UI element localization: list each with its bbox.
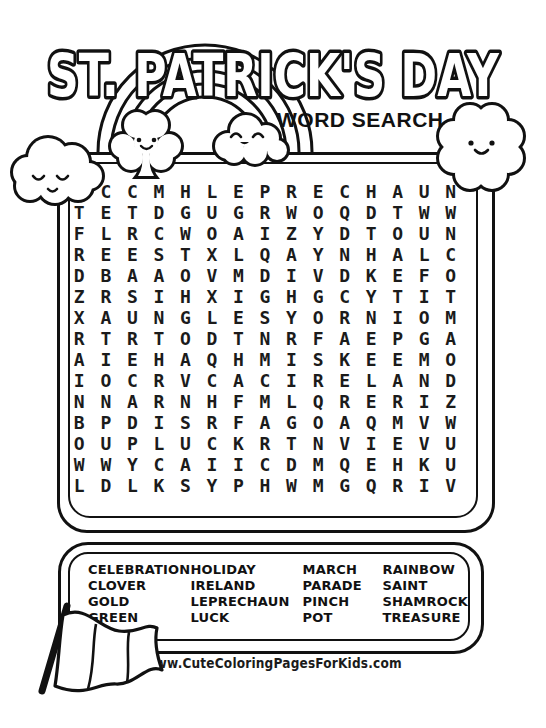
word-list-item[interactable]: IRELAND [190, 578, 302, 594]
grid-cell[interactable]: I [225, 454, 252, 475]
grid-cell[interactable]: I [384, 307, 411, 328]
grid-cell[interactable]: F [66, 181, 93, 202]
grid-cell[interactable]: H [384, 454, 411, 475]
grid-cell[interactable]: W [437, 412, 464, 433]
grid-cell[interactable]: H [172, 181, 199, 202]
grid-cell[interactable]: N [411, 370, 438, 391]
grid-cell[interactable]: I [278, 370, 305, 391]
word-list-column: HOLIDAYIRELANDLEPRECHAUNLUCK [190, 562, 302, 626]
grid-cell[interactable]: D [331, 223, 358, 244]
grid-cell[interactable]: G [411, 328, 438, 349]
grid-cell[interactable]: S [172, 475, 199, 496]
grid-cell[interactable]: A [66, 349, 93, 370]
grid-cell[interactable]: I [93, 349, 120, 370]
word-list-item[interactable]: GOLD [88, 594, 190, 610]
grid-cell[interactable]: K [331, 349, 358, 370]
grid-cell[interactable]: L [199, 181, 226, 202]
grid-cell[interactable]: N [172, 391, 199, 412]
grid-cell[interactable]: Q [331, 454, 358, 475]
grid-cell[interactable]: E [384, 433, 411, 454]
grid-cell[interactable]: T [93, 328, 120, 349]
grid-cell[interactable]: U [437, 454, 464, 475]
grid-cell[interactable]: Q [358, 475, 385, 496]
grid-cell[interactable]: R [119, 223, 146, 244]
grid-cell[interactable]: R [93, 286, 120, 307]
grid-cell[interactable]: A [119, 391, 146, 412]
letter-grid: FCCMHLEPRECHAUNTETDGUGRWOQDTWWFLRCWOAIZY… [66, 181, 464, 496]
word-list-item[interactable]: SHAMROCK [382, 594, 468, 610]
grid-cell[interactable]: T [358, 223, 385, 244]
grid-cell[interactable]: D [93, 475, 120, 496]
grid-cell[interactable]: R [146, 391, 173, 412]
grid-cell[interactable]: U [411, 223, 438, 244]
grid-cell[interactable]: M [146, 181, 173, 202]
grid-cell[interactable]: M [252, 349, 279, 370]
grid-cell[interactable]: K [358, 265, 385, 286]
grid-cell[interactable]: O [411, 307, 438, 328]
grid-cell[interactable]: D [199, 328, 226, 349]
grid-cell[interactable]: P [93, 412, 120, 433]
grid-cell[interactable]: A [437, 328, 464, 349]
grid-cell[interactable]: O [305, 307, 332, 328]
grid-cell[interactable]: G [225, 202, 252, 223]
grid-cell[interactable]: V [305, 265, 332, 286]
grid-cell[interactable]: Y [278, 307, 305, 328]
grid-cell[interactable]: D [278, 454, 305, 475]
word-list-column: RAINBOWSAINTSHAMROCKTREASURE [382, 562, 468, 626]
grid-cell[interactable]: A [119, 265, 146, 286]
grid-cell[interactable]: R [146, 370, 173, 391]
grid-cell[interactable]: D [358, 202, 385, 223]
grid-cell[interactable]: L [93, 223, 120, 244]
grid-cell[interactable]: R [305, 370, 332, 391]
grid-cell[interactable]: Z [278, 223, 305, 244]
grid-cell[interactable]: O [172, 265, 199, 286]
grid-cell[interactable]: S [305, 349, 332, 370]
grid-cell[interactable]: U [119, 307, 146, 328]
grid-cell[interactable]: O [93, 370, 120, 391]
grid-cell[interactable]: G [305, 286, 332, 307]
grid-cell[interactable]: F [225, 412, 252, 433]
grid-cell[interactable]: G [252, 286, 279, 307]
grid-cell[interactable]: E [384, 349, 411, 370]
grid-cell[interactable]: D [252, 265, 279, 286]
grid-cell[interactable]: H [199, 391, 226, 412]
grid-cell[interactable]: C [331, 181, 358, 202]
grid-cell[interactable]: G [172, 202, 199, 223]
word-list-column: MARCHPARADEPINCHPOT [303, 562, 383, 626]
grid-cell[interactable]: Y [119, 454, 146, 475]
grid-cell[interactable]: A [331, 412, 358, 433]
grid-cell[interactable]: N [331, 244, 358, 265]
grid-cell[interactable]: R [199, 412, 226, 433]
grid-cell[interactable]: T [437, 286, 464, 307]
grid-cell[interactable]: E [358, 454, 385, 475]
grid-cell[interactable]: U [437, 433, 464, 454]
grid-cell[interactable]: I [146, 412, 173, 433]
grid-cell[interactable]: I [411, 475, 438, 496]
grid-cell[interactable]: O [66, 433, 93, 454]
grid-cell[interactable]: U [172, 433, 199, 454]
title-text: ST. PATRICK'S DAY [47, 42, 500, 110]
grid-cell[interactable]: R [384, 391, 411, 412]
word-list-item[interactable]: MARCH [303, 562, 383, 578]
grid-cell[interactable]: Y [305, 244, 332, 265]
grid-cell[interactable]: S [146, 244, 173, 265]
word-list-item[interactable]: HOLIDAY [190, 562, 302, 578]
grid-cell[interactable]: F [225, 391, 252, 412]
grid-cell[interactable]: I [278, 265, 305, 286]
grid-cell[interactable]: D [331, 265, 358, 286]
grid-cell[interactable]: D [146, 202, 173, 223]
grid-cell[interactable]: V [411, 412, 438, 433]
grid-cell[interactable]: Q [358, 412, 385, 433]
grid-cell[interactable]: X [199, 286, 226, 307]
grid-cell[interactable]: H [358, 181, 385, 202]
grid-cell[interactable]: T [66, 202, 93, 223]
grid-cell[interactable]: V [411, 433, 438, 454]
grid-cell[interactable]: I [225, 286, 252, 307]
grid-cell[interactable]: I [278, 349, 305, 370]
grid-cell[interactable]: U [411, 181, 438, 202]
grid-cell[interactable]: C [119, 370, 146, 391]
grid-cell[interactable]: C [93, 181, 120, 202]
grid-cell[interactable]: G [278, 412, 305, 433]
grid-cell[interactable]: G [331, 475, 358, 496]
grid-cell[interactable]: O [305, 412, 332, 433]
grid-cell[interactable]: R [278, 181, 305, 202]
grid-cell[interactable]: E [93, 244, 120, 265]
grid-cell[interactable]: A [93, 307, 120, 328]
grid-cell[interactable]: R [384, 475, 411, 496]
grid-cell[interactable]: P [119, 433, 146, 454]
grid-cell[interactable]: K [225, 433, 252, 454]
grid-cell[interactable]: H [146, 349, 173, 370]
grid-cell[interactable]: L [358, 370, 385, 391]
grid-cell[interactable]: T [278, 433, 305, 454]
grid-cell[interactable]: F [66, 223, 93, 244]
grid-cell[interactable]: E [93, 202, 120, 223]
grid-cell[interactable]: V [437, 475, 464, 496]
grid-cell[interactable]: W [437, 202, 464, 223]
grid-cell[interactable]: Q [199, 349, 226, 370]
grid-cell[interactable]: M [305, 475, 332, 496]
grid-cell[interactable]: Q [252, 244, 279, 265]
grid-cell[interactable]: T [146, 328, 173, 349]
grid-cell[interactable]: A [172, 349, 199, 370]
grid-cell[interactable]: I [146, 286, 173, 307]
grid-cell[interactable]: L [225, 244, 252, 265]
grid-cell[interactable]: L [278, 391, 305, 412]
grid-cell[interactable]: I [66, 370, 93, 391]
grid-cell[interactable]: O [384, 223, 411, 244]
grid-cell[interactable]: O [437, 265, 464, 286]
grid-cell[interactable]: N [358, 307, 385, 328]
grid-cell[interactable]: W [278, 202, 305, 223]
grid-cell[interactable]: T [384, 286, 411, 307]
grid-cell[interactable]: D [66, 265, 93, 286]
grid-cell[interactable]: W [66, 454, 93, 475]
grid-cell[interactable]: V [172, 370, 199, 391]
grid-cell[interactable]: E [358, 391, 385, 412]
grid-cell[interactable]: H [225, 349, 252, 370]
grid-cell[interactable]: N [252, 328, 279, 349]
grid-cell[interactable]: G [172, 307, 199, 328]
grid-cell[interactable]: E [384, 265, 411, 286]
word-list-column: CELEBRATIONCLOVERGOLDGREEN [88, 562, 190, 626]
grid-cell[interactable]: T [225, 328, 252, 349]
grid-cell[interactable]: R [331, 307, 358, 328]
grid-cell[interactable]: O [437, 349, 464, 370]
grid-cell[interactable]: N [437, 181, 464, 202]
grid-cell[interactable]: N [93, 391, 120, 412]
word-list-item[interactable]: CELEBRATION [88, 562, 190, 578]
grid-cell[interactable]: I [411, 391, 438, 412]
grid-cell[interactable]: A [384, 370, 411, 391]
grid-cell[interactable]: L [119, 475, 146, 496]
grid-cell[interactable]: V [199, 265, 226, 286]
grid-cell[interactable]: B [93, 265, 120, 286]
grid-cell[interactable]: E [225, 181, 252, 202]
grid-cell[interactable]: P [225, 475, 252, 496]
grid-cell[interactable]: U [93, 433, 120, 454]
word-list-item[interactable]: RAINBOW [382, 562, 468, 578]
grid-cell[interactable]: W [411, 202, 438, 223]
grid-cell[interactable]: M [252, 391, 279, 412]
grid-cell[interactable]: T [119, 202, 146, 223]
grid-cell[interactable]: A [225, 223, 252, 244]
grid-cell[interactable]: E [358, 349, 385, 370]
grid-cell[interactable]: L [199, 307, 226, 328]
grid-cell[interactable]: T [172, 244, 199, 265]
grid-cell[interactable]: H [252, 475, 279, 496]
grid-cell[interactable]: K [146, 475, 173, 496]
word-list-item[interactable]: CLOVER [88, 578, 190, 594]
page-title: ST. PATRICK'S DAY [0, 26, 546, 121]
grid-cell[interactable]: W [172, 223, 199, 244]
grid-cell[interactable]: A [278, 244, 305, 265]
grid-cell[interactable]: I [358, 433, 385, 454]
word-list-columns: CELEBRATIONCLOVERGOLDGREENHOLIDAYIRELAND… [88, 562, 468, 626]
grid-cell[interactable]: U [199, 202, 226, 223]
grid-cell[interactable]: I [252, 223, 279, 244]
grid-cell[interactable]: M [305, 454, 332, 475]
word-list-item[interactable]: PARADE [303, 578, 383, 594]
grid-cell[interactable]: H [278, 286, 305, 307]
grid-cell[interactable]: D [119, 412, 146, 433]
website-url: www.CuteColoringPagesForKids.com [27, 655, 518, 671]
grid-cell[interactable]: F [305, 328, 332, 349]
grid-cell[interactable]: R [278, 328, 305, 349]
grid-cell[interactable]: X [66, 307, 93, 328]
grid-cell[interactable]: S [252, 307, 279, 328]
grid-cell[interactable]: O [305, 202, 332, 223]
word-list-item[interactable]: PINCH [303, 594, 383, 610]
grid-cell[interactable]: E [305, 181, 332, 202]
grid-cell[interactable]: N [437, 223, 464, 244]
grid-cell[interactable]: E [225, 307, 252, 328]
worksheet-page: ST. PATRICK'S DAY WORD SEARCH FCCMHLEPRE… [0, 0, 546, 728]
grid-cell[interactable]: E [119, 244, 146, 265]
grid-cell[interactable]: A [252, 412, 279, 433]
grid-cell[interactable]: A [225, 370, 252, 391]
grid-cell[interactable]: E [358, 328, 385, 349]
grid-cell[interactable]: Z [66, 286, 93, 307]
grid-cell[interactable]: D [437, 370, 464, 391]
grid-cell[interactable]: Y [358, 286, 385, 307]
grid-cell[interactable]: S [172, 412, 199, 433]
grid-cell[interactable]: C [146, 223, 173, 244]
grid-cell[interactable]: A [384, 244, 411, 265]
word-list-item[interactable]: LEPRECHAUN [190, 594, 302, 610]
grid-cell[interactable]: E [331, 370, 358, 391]
grid-cell[interactable]: A [384, 181, 411, 202]
grid-cell[interactable]: Q [305, 391, 332, 412]
grid-cell[interactable]: C [199, 433, 226, 454]
grid-cell[interactable]: P [252, 181, 279, 202]
grid-cell[interactable]: X [199, 244, 226, 265]
grid-cell[interactable]: C [331, 286, 358, 307]
grid-cell[interactable]: F [411, 265, 438, 286]
grid-cell[interactable]: N [66, 391, 93, 412]
grid-cell[interactable]: B [66, 412, 93, 433]
grid-cell[interactable]: N [146, 307, 173, 328]
grid-cell[interactable]: A [331, 328, 358, 349]
grid-cell[interactable]: C [252, 454, 279, 475]
word-list-item[interactable]: LUCK [190, 610, 302, 626]
grid-cell[interactable]: W [93, 454, 120, 475]
grid-cell[interactable]: H [358, 244, 385, 265]
grid-cell[interactable]: Z [437, 391, 464, 412]
grid-cell[interactable]: C [199, 370, 226, 391]
grid-cell[interactable]: C [119, 181, 146, 202]
grid-cell[interactable]: E [119, 349, 146, 370]
grid-cell[interactable]: K [411, 454, 438, 475]
word-list-item[interactable]: TREASURE [382, 610, 468, 626]
grid-cell[interactable]: A [146, 265, 173, 286]
grid-cell[interactable]: P [384, 328, 411, 349]
grid-cell[interactable]: M [411, 349, 438, 370]
grid-cell[interactable]: L [146, 433, 173, 454]
page-subtitle: WORD SEARCH [277, 108, 444, 132]
grid-cell[interactable]: R [66, 328, 93, 349]
grid-cell[interactable]: N [305, 433, 332, 454]
grid-cell[interactable]: T [384, 202, 411, 223]
grid-cell[interactable]: I [199, 454, 226, 475]
grid-cell[interactable]: R [331, 391, 358, 412]
grid-cell[interactable]: O [172, 328, 199, 349]
grid-cell[interactable]: R [252, 202, 279, 223]
grid-cell[interactable]: Q [331, 202, 358, 223]
grid-cell[interactable]: W [278, 475, 305, 496]
grid-cell[interactable]: C [252, 370, 279, 391]
grid-cell[interactable]: Y [305, 223, 332, 244]
grid-cell[interactable]: M [225, 265, 252, 286]
grid-cell[interactable]: M [437, 307, 464, 328]
grid-cell[interactable]: R [119, 328, 146, 349]
word-list-item[interactable]: POT [303, 610, 383, 626]
grid-cell[interactable]: I [411, 286, 438, 307]
grid-cell[interactable]: R [66, 244, 93, 265]
grid-cell[interactable]: O [199, 223, 226, 244]
grid-cell[interactable]: L [411, 244, 438, 265]
word-list-item[interactable]: SAINT [382, 578, 468, 594]
grid-cell[interactable]: H [172, 286, 199, 307]
grid-cell[interactable]: Y [199, 475, 226, 496]
grid-cell[interactable]: L [66, 475, 93, 496]
grid-cell[interactable]: C [146, 454, 173, 475]
grid-cell[interactable]: V [331, 433, 358, 454]
grid-cell[interactable]: M [384, 412, 411, 433]
grid-cell[interactable]: C [437, 244, 464, 265]
word-list-item[interactable]: GREEN [88, 610, 190, 626]
grid-cell[interactable]: R [252, 433, 279, 454]
grid-cell[interactable]: S [119, 286, 146, 307]
grid-cell[interactable]: A [172, 454, 199, 475]
